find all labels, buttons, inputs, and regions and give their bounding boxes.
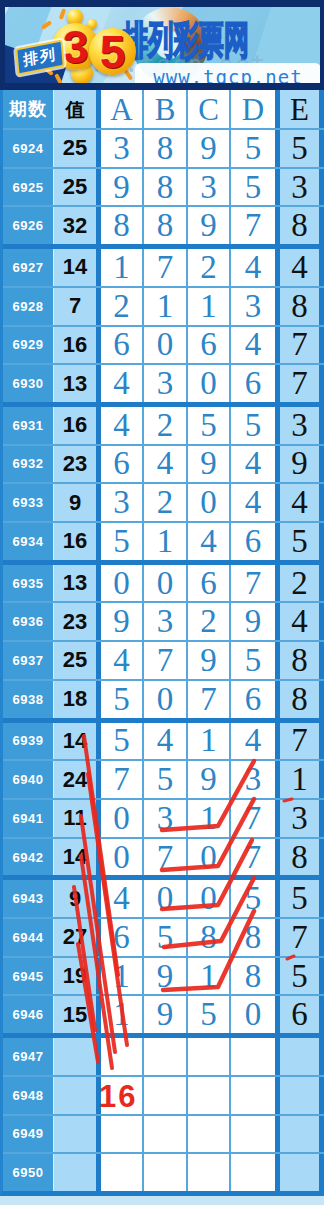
digit-cell-b: 0 [144, 565, 188, 602]
table-row: 6937 25 4 7 9 5 8 [3, 642, 324, 681]
digit-cell-a: 5 [101, 523, 144, 560]
digit-cell-c: 9 [188, 207, 231, 244]
digit-cell-d: 7 [231, 839, 275, 876]
digit-cell-d [231, 1154, 275, 1191]
period-cell: 6935 [3, 565, 53, 602]
banner: 排列彩票网 www.tqcp.net 3 5 排列 www.tqcp.net [0, 0, 324, 90]
digit-cell-a: 9 [101, 603, 144, 640]
period-cell: 6924 [3, 130, 53, 167]
digit-cell-b: 3 [144, 603, 188, 640]
value-cell: 13 [53, 365, 96, 402]
divider [319, 761, 324, 798]
digit-cell-d [231, 1077, 275, 1114]
divider [319, 1154, 324, 1191]
digit-cell-e: 5 [280, 523, 319, 560]
table-body: 6924 25 3 8 9 5 5 6925 25 9 8 3 5 3 6926… [3, 130, 324, 1191]
divider [319, 288, 324, 325]
digit-cell-e: 9 [280, 446, 319, 483]
digit-cell-a [101, 1116, 144, 1153]
period-cell: 6949 [3, 1116, 53, 1153]
period-cell: 6927 [3, 249, 53, 286]
divider [319, 603, 324, 640]
digit-cell-c: 2 [188, 603, 231, 640]
digit-cell-c [188, 1038, 231, 1075]
value-cell: 14 [53, 839, 96, 876]
period-cell: 6945 [3, 958, 53, 995]
digit-cell-c: 7 [188, 681, 231, 718]
divider [319, 681, 324, 718]
digit-cell-a [101, 1077, 144, 1114]
digit-cell-c: 1 [188, 723, 231, 760]
divider [319, 207, 324, 244]
table-row: 6927 14 1 7 2 4 4 [3, 249, 324, 288]
digit-cell-a: 6 [101, 446, 144, 483]
digit-cell-d: 8 [231, 958, 275, 995]
digit-cell-a: 1 [101, 249, 144, 286]
digit-cell-c: 0 [188, 484, 231, 521]
digit-cell-e: 4 [280, 484, 319, 521]
period-cell: 6934 [3, 523, 53, 560]
value-cell: 16 [53, 327, 96, 364]
digit-cell-a: 4 [101, 407, 144, 444]
digit-cell-e: 3 [280, 169, 319, 206]
digit-cell-a: 7 [101, 761, 144, 798]
digit-cell-a: 0 [101, 839, 144, 876]
digit-cell-d: 3 [231, 288, 275, 325]
period-cell: 6947 [3, 1038, 53, 1075]
digit-cell-b: 7 [144, 249, 188, 286]
digit-cell-b: 2 [144, 484, 188, 521]
digit-cell-d: 5 [231, 169, 275, 206]
value-cell: 15 [53, 996, 96, 1033]
digit-cell-b: 1 [144, 523, 188, 560]
table-row: 6949 [3, 1116, 324, 1155]
digit-cell-c: 5 [188, 996, 231, 1033]
divider [319, 839, 324, 876]
header-col-d: D [231, 90, 275, 128]
digit-cell-c: 4 [188, 523, 231, 560]
digit-cell-c: 1 [188, 958, 231, 995]
digit-cell-c: 5 [188, 407, 231, 444]
digit-cell-d: 5 [231, 407, 275, 444]
value-cell: 24 [53, 761, 96, 798]
period-cell: 6946 [3, 996, 53, 1033]
digit-cell-e [280, 1077, 319, 1114]
digit-cell-a: 0 [101, 565, 144, 602]
digit-cell-d: 9 [231, 603, 275, 640]
value-cell [53, 1038, 96, 1075]
table-row: 6929 16 6 0 6 4 7 [3, 327, 324, 366]
ball-number-5: 5 [89, 28, 136, 75]
table-row: 6932 23 6 4 9 4 9 [3, 446, 324, 485]
digit-cell-a: 3 [101, 130, 144, 167]
digit-cell-d: 6 [231, 523, 275, 560]
digit-cell-e: 7 [280, 723, 319, 760]
digit-cell-c: 6 [188, 565, 231, 602]
value-cell: 19 [53, 958, 96, 995]
digit-cell-e: 5 [280, 958, 319, 995]
digit-cell-a: 5 [101, 681, 144, 718]
digit-cell-c: 8 [188, 919, 231, 956]
digit-cell-a: 9 [101, 169, 144, 206]
table-row: 6933 9 3 2 0 4 4 [3, 484, 324, 523]
value-cell: 25 [53, 169, 96, 206]
table-row: 6944 27 6 5 8 8 7 [3, 919, 324, 958]
digit-cell-c: 1 [188, 800, 231, 837]
divider [319, 996, 324, 1033]
digit-cell-b: 0 [144, 681, 188, 718]
table-row: 6935 13 0 0 6 7 2 [3, 565, 324, 604]
period-cell: 6950 [3, 1154, 53, 1191]
digit-cell-a: 8 [101, 207, 144, 244]
value-cell: 32 [53, 207, 96, 244]
digit-cell-d: 5 [231, 880, 275, 917]
divider [319, 958, 324, 995]
digit-cell-a: 4 [101, 365, 144, 402]
header-col-e: E [280, 90, 319, 128]
value-cell: 18 [53, 681, 96, 718]
digit-cell-e: 6 [280, 996, 319, 1033]
table-row: 6945 19 1 9 1 8 5 [3, 958, 324, 997]
period-cell: 6930 [3, 365, 53, 402]
gold-ball-5: 5 [89, 28, 136, 75]
value-cell: 23 [53, 446, 96, 483]
table-row: 6947 [3, 1038, 324, 1077]
table-row: 6941 11 0 3 1 7 3 [3, 800, 324, 839]
header-value: 值 [53, 90, 96, 128]
digit-cell-b: 7 [144, 839, 188, 876]
divider [319, 1038, 324, 1075]
header-col-b: B [144, 90, 188, 128]
site-url-box[interactable]: www.tqcp.net [135, 63, 320, 83]
table-row: 6926 32 8 8 9 7 8 [3, 207, 324, 249]
digit-cell-c [188, 1077, 231, 1114]
digit-cell-a: 6 [101, 919, 144, 956]
value-cell: 13 [53, 565, 96, 602]
period-cell: 6944 [3, 919, 53, 956]
table-row: 6930 13 4 3 0 6 7 [3, 365, 324, 407]
header-col-a: A [101, 90, 144, 128]
digit-cell-c [188, 1154, 231, 1191]
value-cell: 16 [53, 407, 96, 444]
value-cell: 9 [53, 484, 96, 521]
digit-cell-d: 4 [231, 484, 275, 521]
header-period: 期数 [3, 90, 53, 128]
digit-cell-e: 3 [280, 800, 319, 837]
digit-cell-b [144, 1038, 188, 1075]
digit-cell-b: 5 [144, 919, 188, 956]
divider [319, 723, 324, 760]
digit-cell-c: 3 [188, 169, 231, 206]
digit-cell-e: 8 [280, 839, 319, 876]
period-cell: 6948 [3, 1077, 53, 1114]
digit-cell-b: 9 [144, 996, 188, 1033]
table-row: 6942 14 0 7 0 7 8 [3, 839, 324, 881]
digit-cell-e: 3 [280, 407, 319, 444]
value-cell: 14 [53, 249, 96, 286]
digit-cell-a: 4 [101, 642, 144, 679]
period-cell: 6926 [3, 207, 53, 244]
divider [319, 169, 324, 206]
digit-cell-e: 1 [280, 761, 319, 798]
divider [319, 523, 324, 560]
value-cell [53, 1154, 96, 1191]
value-cell: 16 [53, 523, 96, 560]
digit-cell-d: 4 [231, 249, 275, 286]
value-cell: 14 [53, 723, 96, 760]
digit-cell-b: 7 [144, 642, 188, 679]
divider [319, 327, 324, 364]
digit-cell-c: 1 [188, 288, 231, 325]
divider [319, 642, 324, 679]
digit-cell-a: 3 [101, 484, 144, 521]
period-cell: 6941 [3, 800, 53, 837]
digit-cell-b: 8 [144, 169, 188, 206]
digit-cell-b: 0 [144, 327, 188, 364]
digit-cell-a [101, 1038, 144, 1075]
period-cell: 6925 [3, 169, 53, 206]
digit-cell-b: 3 [144, 365, 188, 402]
digit-cell-b: 2 [144, 407, 188, 444]
table-row: 6938 18 5 0 7 6 8 [3, 681, 324, 723]
digit-cell-a: 2 [101, 288, 144, 325]
digit-cell-e: 4 [280, 249, 319, 286]
digit-cell-c: 9 [188, 761, 231, 798]
trend-table: 期数 值 A B C D E 6924 25 3 8 9 5 5 6925 25 [0, 90, 324, 1196]
value-cell: 11 [53, 800, 96, 837]
table-header-row: 期数 值 A B C D E [3, 90, 324, 130]
digit-cell-e: 5 [280, 130, 319, 167]
digit-cell-d [231, 1116, 275, 1153]
digit-cell-e: 7 [280, 365, 319, 402]
digit-cell-d: 6 [231, 365, 275, 402]
digit-cell-b: 8 [144, 207, 188, 244]
digit-cell-d: 5 [231, 642, 275, 679]
table-row: 6943 9 4 0 0 5 5 [3, 880, 324, 919]
digit-cell-b [144, 1154, 188, 1191]
digit-cell-a: 5 [101, 723, 144, 760]
digit-cell-c: 9 [188, 446, 231, 483]
digit-cell-d: 7 [231, 207, 275, 244]
value-cell: 7 [53, 288, 96, 325]
table-row: 6934 16 5 1 4 6 5 [3, 523, 324, 565]
divider [319, 1077, 324, 1114]
digit-cell-e [280, 1038, 319, 1075]
digit-cell-b: 9 [144, 958, 188, 995]
table-row: 6946 15 1 9 5 0 6 [3, 996, 324, 1038]
digit-cell-c: 9 [188, 642, 231, 679]
divider [319, 919, 324, 956]
digit-cell-e: 8 [280, 681, 319, 718]
banner-background: 排列彩票网 www.tqcp.net 3 5 排列 www.tqcp.net [5, 7, 320, 83]
divider [319, 130, 324, 167]
period-cell: 6940 [3, 761, 53, 798]
period-cell: 6933 [3, 484, 53, 521]
divider [319, 484, 324, 521]
digit-cell-a: 1 [101, 996, 144, 1033]
digit-cell-b: 1 [144, 288, 188, 325]
digit-cell-c: 2 [188, 249, 231, 286]
digit-cell-a: 4 [101, 880, 144, 917]
table-row: 6950 [3, 1154, 324, 1191]
period-cell: 6942 [3, 839, 53, 876]
divider [319, 407, 324, 444]
digit-cell-c: 0 [188, 839, 231, 876]
period-cell: 6937 [3, 642, 53, 679]
digit-cell-e: 8 [280, 288, 319, 325]
digit-cell-b: 0 [144, 880, 188, 917]
period-cell: 6929 [3, 327, 53, 364]
digit-cell-b: 5 [144, 761, 188, 798]
digit-cell-d: 6 [231, 681, 275, 718]
digit-cell-d: 5 [231, 130, 275, 167]
table-row: 6940 24 7 5 9 3 1 [3, 761, 324, 800]
digit-cell-d: 4 [231, 327, 275, 364]
divider [319, 249, 324, 286]
digit-cell-b: 8 [144, 130, 188, 167]
value-cell: 25 [53, 642, 96, 679]
digit-cell-c [188, 1116, 231, 1153]
digit-cell-d [231, 1038, 275, 1075]
digit-cell-e: 8 [280, 207, 319, 244]
divider [319, 446, 324, 483]
digit-cell-c: 9 [188, 130, 231, 167]
table-row: 6948 [3, 1077, 324, 1116]
digit-cell-e: 2 [280, 565, 319, 602]
digit-cell-e: 4 [280, 603, 319, 640]
divider [319, 565, 324, 602]
digit-cell-a: 0 [101, 800, 144, 837]
divider [319, 365, 324, 402]
header-col-c: C [188, 90, 231, 128]
value-cell [53, 1116, 96, 1153]
digit-cell-b: 4 [144, 723, 188, 760]
digit-cell-a: 6 [101, 327, 144, 364]
digit-cell-c: 0 [188, 365, 231, 402]
digit-cell-b: 4 [144, 446, 188, 483]
divider [319, 90, 324, 128]
digit-cell-d: 4 [231, 723, 275, 760]
digit-cell-b [144, 1116, 188, 1153]
digit-cell-a [101, 1154, 144, 1191]
table-row: 6939 14 5 4 1 4 7 [3, 723, 324, 762]
value-cell: 25 [53, 130, 96, 167]
digit-cell-d: 0 [231, 996, 275, 1033]
site-url-text: www.tqcp.net [153, 66, 302, 84]
period-cell: 6938 [3, 681, 53, 718]
period-cell: 6932 [3, 446, 53, 483]
digit-cell-d: 4 [231, 446, 275, 483]
digit-cell-c: 6 [188, 327, 231, 364]
digit-cell-d: 7 [231, 565, 275, 602]
digit-cell-e: 7 [280, 327, 319, 364]
period-cell: 6928 [3, 288, 53, 325]
value-cell: 23 [53, 603, 96, 640]
digit-cell-e [280, 1116, 319, 1153]
table-row: 6931 16 4 2 5 5 3 [3, 407, 324, 446]
value-cell [53, 1077, 96, 1114]
digit-cell-e [280, 1154, 319, 1191]
digit-cell-d: 7 [231, 800, 275, 837]
period-cell: 6936 [3, 603, 53, 640]
period-cell: 6943 [3, 880, 53, 917]
digit-cell-b: 3 [144, 800, 188, 837]
digit-cell-d: 8 [231, 919, 275, 956]
period-cell: 6939 [3, 723, 53, 760]
value-cell: 27 [53, 919, 96, 956]
digit-cell-d: 3 [231, 761, 275, 798]
table-row: 6924 25 3 8 9 5 5 [3, 130, 324, 169]
period-cell: 6931 [3, 407, 53, 444]
divider [319, 800, 324, 837]
divider [319, 880, 324, 917]
divider [319, 1116, 324, 1153]
value-cell: 9 [53, 880, 96, 917]
digit-cell-c: 0 [188, 880, 231, 917]
digit-cell-e: 5 [280, 880, 319, 917]
digit-cell-a: 1 [101, 958, 144, 995]
digit-cell-e: 7 [280, 919, 319, 956]
digit-cell-b [144, 1077, 188, 1114]
lottery-trend-chart-page: 排列彩票网 www.tqcp.net 3 5 排列 www.tqcp.net [0, 0, 324, 1205]
table-row: 6925 25 9 8 3 5 3 [3, 169, 324, 208]
table-row: 6936 23 9 3 2 9 4 [3, 603, 324, 642]
table-row: 6928 7 2 1 1 3 8 [3, 288, 324, 327]
digit-cell-e: 8 [280, 642, 319, 679]
